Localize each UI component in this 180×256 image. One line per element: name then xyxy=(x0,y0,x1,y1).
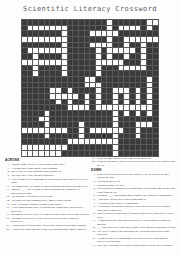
black-cell-r14c14 xyxy=(102,100,107,105)
white-cell-r22c4[interactable] xyxy=(45,145,50,150)
black-cell-r21c2 xyxy=(33,139,38,144)
black-cell-r6c11 xyxy=(85,54,90,59)
white-cell-r7c17[interactable] xyxy=(119,60,124,65)
white-cell-r22c0[interactable] xyxy=(22,145,27,150)
black-cell-r22c8 xyxy=(68,145,73,150)
white-cell-r15c19[interactable] xyxy=(130,105,135,110)
white-cell-r8c7[interactable] xyxy=(62,66,67,71)
white-cell-r21c11[interactable] xyxy=(85,139,90,144)
black-cell-r7c12 xyxy=(90,60,95,65)
white-cell-r8c19[interactable] xyxy=(130,66,135,71)
white-cell-r5c4[interactable] xyxy=(45,48,50,53)
white-cell-r5c3[interactable] xyxy=(39,48,44,53)
black-cell-r18c13 xyxy=(96,122,101,127)
black-cell-r20c9 xyxy=(73,134,78,139)
white-cell-r19c3[interactable] xyxy=(39,128,44,133)
black-cell-r4c22 xyxy=(147,43,152,48)
white-cell-r10c12[interactable] xyxy=(90,77,95,82)
white-cell-r1c18[interactable] xyxy=(124,26,129,31)
white-cell-r15c13[interactable] xyxy=(96,105,101,110)
white-cell-r19c7[interactable] xyxy=(62,128,67,133)
white-cell-r1c1[interactable] xyxy=(28,26,33,31)
white-cell-r7c14[interactable] xyxy=(102,60,107,65)
white-cell-r11c12[interactable] xyxy=(90,83,95,88)
black-cell-r10c21 xyxy=(141,77,146,82)
white-cell-r21c15[interactable] xyxy=(107,139,112,144)
white-cell-r2c12[interactable] xyxy=(90,31,95,36)
white-cell-r13c16[interactable] xyxy=(113,94,118,99)
black-cell-r9c15 xyxy=(107,71,112,76)
white-cell-r5c1[interactable] xyxy=(28,48,33,53)
white-cell-r3c0[interactable] xyxy=(22,37,27,42)
black-cell-r2c23 xyxy=(153,31,158,36)
black-cell-r23c20 xyxy=(136,151,141,156)
white-cell-r4c13[interactable] xyxy=(96,43,101,48)
white-cell-r11c13[interactable] xyxy=(96,83,101,88)
white-cell-r7c5[interactable] xyxy=(50,60,55,65)
white-cell-r5c21[interactable] xyxy=(141,48,146,53)
black-cell-r6c9 xyxy=(73,54,78,59)
white-cell-r12c13[interactable] xyxy=(96,88,101,93)
black-cell-r15c7 xyxy=(62,105,67,110)
white-cell-r14c22[interactable] xyxy=(147,100,152,105)
white-cell-r6c15[interactable] xyxy=(107,54,112,59)
white-cell-r21c8[interactable] xyxy=(68,139,73,144)
white-cell-r19c14[interactable] xyxy=(102,128,107,133)
white-cell-r6c21[interactable] xyxy=(141,54,146,59)
black-cell-r12c4 xyxy=(45,88,50,93)
white-cell-r3c5[interactable] xyxy=(50,37,55,42)
white-cell-r1c2[interactable] xyxy=(33,26,38,31)
white-cell-r15c22[interactable] xyxy=(147,105,152,110)
white-cell-r5c2[interactable] xyxy=(33,48,38,53)
black-cell-r20c14 xyxy=(102,134,107,139)
white-cell-r12c18[interactable] xyxy=(124,88,129,93)
white-cell-r8c18[interactable] xyxy=(124,66,129,71)
black-cell-r12c2 xyxy=(33,88,38,93)
white-cell-r12c16[interactable] xyxy=(113,88,118,93)
white-cell-r12c22[interactable] xyxy=(147,88,152,93)
black-cell-r0c14 xyxy=(102,20,107,25)
white-cell-r13c7[interactable] xyxy=(62,94,67,99)
black-cell-r2c3 xyxy=(39,31,44,36)
black-cell-r18c5 xyxy=(50,122,55,127)
black-cell-r7c22 xyxy=(147,60,152,65)
white-cell-r8c21[interactable] xyxy=(141,66,146,71)
white-cell-r0c15[interactable] xyxy=(107,20,112,25)
white-cell-r6c2[interactable] xyxy=(33,54,38,59)
across-clue-11: 11.Improve ___ : the reading of genes th… xyxy=(5,188,90,195)
black-cell-r9c22 xyxy=(147,71,152,76)
white-cell-r1c7[interactable] xyxy=(62,26,67,31)
black-cell-r8c0 xyxy=(22,66,27,71)
black-cell-r23c19 xyxy=(130,151,135,156)
across-clue-7: 7.Total weight of all organisms in a par… xyxy=(5,177,90,184)
black-cell-r12c19 xyxy=(130,88,135,93)
black-cell-r12c21 xyxy=(141,88,146,93)
white-cell-r5c7[interactable] xyxy=(62,48,67,53)
white-cell-r23c16[interactable] xyxy=(113,151,118,156)
white-cell-r19c13[interactable] xyxy=(96,128,101,133)
white-cell-r12c8[interactable] xyxy=(68,88,73,93)
white-cell-r14c16[interactable] xyxy=(113,100,118,105)
white-cell-r19c6[interactable] xyxy=(56,128,61,133)
white-cell-r3c15[interactable] xyxy=(107,37,112,42)
white-cell-r8c13[interactable] xyxy=(96,66,101,71)
black-cell-r17c18 xyxy=(124,117,129,122)
white-cell-r23c0[interactable] xyxy=(22,151,27,156)
black-cell-r3c10 xyxy=(79,37,84,42)
white-cell-r0c23[interactable] xyxy=(153,20,158,25)
white-cell-r15c10[interactable] xyxy=(79,105,84,110)
black-cell-r10c23 xyxy=(153,77,158,82)
white-cell-r5c16[interactable] xyxy=(113,48,118,53)
white-cell-r1c6[interactable] xyxy=(56,26,61,31)
white-cell-r16c20[interactable] xyxy=(136,111,141,116)
white-cell-r18c22[interactable] xyxy=(147,122,152,127)
black-cell-r1c14 xyxy=(102,26,107,31)
white-cell-r21c10[interactable] xyxy=(79,139,84,144)
clue-text: Total weight of all organisms in a parti… xyxy=(11,177,90,184)
black-cell-r3c8 xyxy=(68,37,73,42)
white-cell-r18c20[interactable] xyxy=(136,122,141,127)
white-cell-r18c10[interactable] xyxy=(79,122,84,127)
white-cell-r3c4[interactable] xyxy=(45,37,50,42)
white-cell-r19c5[interactable] xyxy=(50,128,55,133)
black-cell-r20c6 xyxy=(56,134,61,139)
white-cell-r15c15[interactable] xyxy=(107,105,112,110)
white-cell-r19c4[interactable] xyxy=(45,128,50,133)
black-cell-r2c4 xyxy=(45,31,50,36)
white-cell-r4c12[interactable] xyxy=(90,43,95,48)
black-cell-r8c5 xyxy=(50,66,55,71)
black-cell-r20c13 xyxy=(96,134,101,139)
white-cell-r19c16[interactable] xyxy=(113,128,118,133)
white-cell-r22c6[interactable] xyxy=(56,145,61,150)
black-cell-r8c9 xyxy=(73,66,78,71)
black-cell-r19c18 xyxy=(124,128,129,133)
black-cell-r11c4 xyxy=(45,83,50,88)
white-cell-r21c9[interactable] xyxy=(73,139,78,144)
white-cell-r14c8[interactable] xyxy=(68,100,73,105)
black-cell-r10c6 xyxy=(56,77,61,82)
white-cell-r1c20[interactable] xyxy=(136,26,141,31)
white-cell-r10c11[interactable] xyxy=(85,77,90,82)
white-cell-r12c6[interactable] xyxy=(56,88,61,93)
white-cell-r15c21[interactable] xyxy=(141,105,146,110)
black-cell-r7c18 xyxy=(124,60,129,65)
black-cell-r6c1 xyxy=(28,54,33,59)
white-cell-r6c18[interactable] xyxy=(124,54,129,59)
white-cell-r21c13[interactable] xyxy=(96,139,101,144)
white-cell-r16c22[interactable] xyxy=(147,111,152,116)
white-cell-r13c8[interactable] xyxy=(68,94,73,99)
white-cell-r2c13[interactable] xyxy=(96,31,101,36)
white-cell-r5c17[interactable] xyxy=(119,48,124,53)
black-cell-r16c3 xyxy=(39,111,44,116)
white-cell-r6c13[interactable] xyxy=(96,54,101,59)
black-cell-r17c22 xyxy=(147,117,152,122)
white-cell-r19c12[interactable] xyxy=(90,128,95,133)
white-cell-r13c22[interactable] xyxy=(147,94,152,99)
black-cell-r11c3 xyxy=(39,83,44,88)
black-cell-r4c23 xyxy=(153,43,158,48)
white-cell-r2c14[interactable] xyxy=(102,31,107,36)
white-cell-r21c14[interactable] xyxy=(102,139,107,144)
white-cell-r7c6[interactable] xyxy=(56,60,61,65)
white-cell-r19c20[interactable] xyxy=(136,128,141,133)
white-cell-r16c4[interactable] xyxy=(45,111,50,116)
white-cell-r19c17[interactable] xyxy=(119,128,124,133)
white-cell-r1c5[interactable] xyxy=(50,26,55,31)
black-cell-r9c14 xyxy=(102,71,107,76)
black-cell-r13c19 xyxy=(130,94,135,99)
black-cell-r22c18 xyxy=(124,145,129,150)
black-cell-r10c14 xyxy=(102,77,107,82)
white-cell-r12c5[interactable] xyxy=(50,88,55,93)
white-cell-r19c0[interactable] xyxy=(22,128,27,133)
white-cell-r0c22[interactable] xyxy=(147,20,152,25)
white-cell-r10c22[interactable] xyxy=(147,77,152,82)
black-cell-r14c23 xyxy=(153,100,158,105)
white-cell-r19c2[interactable] xyxy=(33,128,38,133)
black-cell-r0c7 xyxy=(62,20,67,25)
white-cell-r3c18[interactable] xyxy=(124,37,129,42)
black-cell-r9c10 xyxy=(79,71,84,76)
across-header: ACROSS xyxy=(5,158,90,162)
white-cell-r19c10[interactable] xyxy=(79,128,84,133)
white-cell-r7c3[interactable] xyxy=(39,60,44,65)
white-cell-r22c2[interactable] xyxy=(33,145,38,150)
white-cell-r13c6[interactable] xyxy=(56,94,61,99)
white-cell-r15c20[interactable] xyxy=(136,105,141,110)
white-cell-r14c6[interactable] xyxy=(56,100,61,105)
white-cell-r3c2[interactable] xyxy=(33,37,38,42)
white-cell-r5c5[interactable] xyxy=(50,48,55,53)
white-cell-r6c7[interactable] xyxy=(62,54,67,59)
white-cell-r16c16[interactable] xyxy=(113,111,118,116)
white-cell-r20c20[interactable] xyxy=(136,134,141,139)
black-cell-r4c11 xyxy=(85,43,90,48)
white-cell-r3c20[interactable] xyxy=(136,37,141,42)
black-cell-r14c7 xyxy=(62,100,67,105)
black-cell-r17c10 xyxy=(79,117,84,122)
white-cell-r14c18[interactable] xyxy=(124,100,129,105)
white-cell-r3c1[interactable] xyxy=(28,37,33,42)
white-cell-r15c14[interactable] xyxy=(102,105,107,110)
white-cell-r17c3[interactable] xyxy=(39,117,44,122)
white-cell-r22c7[interactable] xyxy=(62,145,67,150)
white-cell-r1c15[interactable] xyxy=(107,26,112,31)
black-cell-r10c17 xyxy=(119,77,124,82)
white-cell-r20c4[interactable] xyxy=(45,134,50,139)
white-cell-r7c16[interactable] xyxy=(113,60,118,65)
white-cell-r15c9[interactable] xyxy=(73,105,78,110)
white-cell-r15c18[interactable] xyxy=(124,105,129,110)
white-cell-r12c17[interactable] xyxy=(119,88,124,93)
white-cell-r7c1[interactable] xyxy=(28,60,33,65)
white-cell-r1c4[interactable] xyxy=(45,26,50,31)
white-cell-r1c17[interactable] xyxy=(119,26,124,31)
white-cell-r17c4[interactable] xyxy=(45,117,50,122)
white-cell-r7c0[interactable] xyxy=(22,60,27,65)
white-cell-r15c11[interactable] xyxy=(85,105,90,110)
white-cell-r5c15[interactable] xyxy=(107,48,112,53)
black-cell-r20c15 xyxy=(107,134,112,139)
white-cell-r14c13[interactable] xyxy=(96,100,101,105)
white-cell-r5c19[interactable] xyxy=(130,48,135,53)
white-cell-r9c13[interactable] xyxy=(96,71,101,76)
white-cell-r18c4[interactable] xyxy=(45,122,50,127)
white-cell-r15c17[interactable] xyxy=(119,105,124,110)
black-cell-r17c5 xyxy=(50,117,55,122)
white-cell-r7c21[interactable] xyxy=(141,60,146,65)
white-cell-r7c13[interactable] xyxy=(96,60,101,65)
across-clue-20: 20.A basic trait-carrying unit found on … xyxy=(5,227,90,230)
white-cell-r23c2[interactable] xyxy=(33,151,38,156)
crossword-page: Scientific Literacy Crossword ACROSS 1.A… xyxy=(0,0,180,256)
white-cell-r8c17[interactable] xyxy=(119,66,124,71)
white-cell-r13c9[interactable] xyxy=(73,94,78,99)
white-cell-r21c12[interactable] xyxy=(90,139,95,144)
white-cell-r7c4[interactable] xyxy=(45,60,50,65)
black-cell-r9c0 xyxy=(22,71,27,76)
black-cell-r5c23 xyxy=(153,48,158,53)
down-clue-13: 13.A famous particle that carries negati… xyxy=(91,219,176,226)
white-cell-r22c3[interactable] xyxy=(39,145,44,150)
white-cell-r23c3[interactable] xyxy=(39,151,44,156)
white-cell-r9c7[interactable] xyxy=(62,71,67,76)
white-cell-r5c6[interactable] xyxy=(56,48,61,53)
white-cell-r15c8[interactable] xyxy=(68,105,73,110)
white-cell-r8c20[interactable] xyxy=(136,66,141,71)
black-cell-r21c0 xyxy=(22,139,27,144)
down-clue-16: 16.A process whereby organisms best suit… xyxy=(91,236,176,243)
white-cell-r23c1[interactable] xyxy=(28,151,33,156)
white-cell-r22c16[interactable] xyxy=(113,145,118,150)
black-cell-r1c16 xyxy=(113,26,118,31)
white-cell-r8c2[interactable] xyxy=(33,66,38,71)
white-cell-r9c2[interactable] xyxy=(33,71,38,76)
black-cell-r4c3 xyxy=(39,43,44,48)
black-cell-r0c9 xyxy=(73,20,78,25)
black-cell-r16c9 xyxy=(73,111,78,116)
white-cell-r14c11[interactable] xyxy=(85,100,90,105)
white-cell-r23c5[interactable] xyxy=(50,151,55,156)
white-cell-r18c21[interactable] xyxy=(141,122,146,127)
black-cell-r5c0 xyxy=(22,48,27,53)
white-cell-r4c21[interactable] xyxy=(141,43,146,48)
white-cell-r3c22[interactable] xyxy=(147,37,152,42)
white-cell-r13c11[interactable] xyxy=(85,94,90,99)
white-cell-r1c3[interactable] xyxy=(39,26,44,31)
black-cell-r13c12 xyxy=(90,94,95,99)
white-cell-r19c15[interactable] xyxy=(107,128,112,133)
white-cell-r3c23[interactable] xyxy=(153,37,158,42)
black-cell-r8c16 xyxy=(113,66,118,71)
white-cell-r11c11[interactable] xyxy=(85,83,90,88)
white-cell-r4c7[interactable] xyxy=(62,43,67,48)
white-cell-r3c3[interactable] xyxy=(39,37,44,42)
black-cell-r7c9 xyxy=(73,60,78,65)
black-cell-r4c5 xyxy=(50,43,55,48)
white-cell-r2c7[interactable] xyxy=(62,31,67,36)
white-cell-r15c16[interactable] xyxy=(113,105,118,110)
white-cell-r3c21[interactable] xyxy=(141,37,146,42)
black-cell-r8c8 xyxy=(68,66,73,71)
black-cell-r18c0 xyxy=(22,122,27,127)
black-cell-r20c12 xyxy=(90,134,95,139)
white-cell-r12c20[interactable] xyxy=(136,88,141,93)
white-cell-r13c5[interactable] xyxy=(50,94,55,99)
black-cell-r12c1 xyxy=(28,88,33,93)
white-cell-r23c6[interactable] xyxy=(56,151,61,156)
white-cell-r7c2[interactable] xyxy=(33,60,38,65)
white-cell-r1c19[interactable] xyxy=(130,26,135,31)
white-cell-r20c16[interactable] xyxy=(113,134,118,139)
black-cell-r10c3 xyxy=(39,77,44,82)
black-cell-r14c10 xyxy=(79,100,84,105)
white-cell-r19c1[interactable] xyxy=(28,128,33,133)
white-cell-r22c5[interactable] xyxy=(50,145,55,150)
white-cell-r1c22[interactable] xyxy=(147,26,152,31)
white-cell-r18c16[interactable] xyxy=(113,122,118,127)
black-cell-r8c1 xyxy=(28,66,33,71)
white-cell-r23c4[interactable] xyxy=(45,151,50,156)
white-cell-r7c15[interactable] xyxy=(107,60,112,65)
white-cell-r4c14[interactable] xyxy=(102,43,107,48)
white-cell-r3c6[interactable] xyxy=(56,37,61,42)
white-cell-r17c16[interactable] xyxy=(113,117,118,122)
white-cell-r2c15[interactable] xyxy=(107,31,112,36)
white-cell-r2c16[interactable] xyxy=(113,31,118,36)
white-cell-r11c22[interactable] xyxy=(147,83,152,88)
black-cell-r6c17 xyxy=(119,54,124,59)
white-cell-r14c20[interactable] xyxy=(136,100,141,105)
black-cell-r17c12 xyxy=(90,117,95,122)
white-cell-r4c15[interactable] xyxy=(107,43,112,48)
white-cell-r13c18[interactable] xyxy=(124,94,129,99)
black-cell-r9c17 xyxy=(119,71,124,76)
black-cell-r2c19 xyxy=(130,31,135,36)
black-cell-r6c0 xyxy=(22,54,27,59)
black-cell-r10c10 xyxy=(79,77,84,82)
black-cell-r6c12 xyxy=(90,54,95,59)
black-cell-r16c14 xyxy=(102,111,107,116)
black-cell-r15c3 xyxy=(39,105,44,110)
black-cell-r22c10 xyxy=(79,145,84,150)
white-cell-r13c20[interactable] xyxy=(136,94,141,99)
white-cell-r22c1[interactable] xyxy=(28,145,33,150)
white-cell-r13c13[interactable] xyxy=(96,94,101,99)
white-cell-r3c19[interactable] xyxy=(130,37,135,42)
white-cell-r5c13[interactable] xyxy=(96,48,101,53)
white-cell-r3c7[interactable] xyxy=(62,37,67,42)
black-cell-r23c18 xyxy=(124,151,129,156)
black-cell-r18c2 xyxy=(33,122,38,127)
white-cell-r21c16[interactable] xyxy=(113,139,118,144)
black-cell-r11c20 xyxy=(136,83,141,88)
white-cell-r4c18[interactable] xyxy=(124,43,129,48)
black-cell-r9c11 xyxy=(85,71,90,76)
white-cell-r7c7[interactable] xyxy=(62,60,67,65)
black-cell-r6c8 xyxy=(68,54,73,59)
white-cell-r16c18[interactable] xyxy=(124,111,129,116)
across-clue-22: 22.Process that moves water in an endles… xyxy=(91,160,176,167)
white-cell-r5c18[interactable] xyxy=(124,48,129,53)
black-cell-r22c11 xyxy=(85,145,90,150)
white-cell-r20c10[interactable] xyxy=(79,134,84,139)
